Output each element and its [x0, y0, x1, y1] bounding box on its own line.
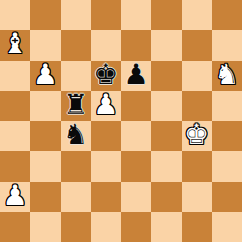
square-f8[interactable]: [151, 0, 181, 30]
square-h5[interactable]: [212, 91, 242, 121]
square-c5[interactable]: ♜: [61, 91, 91, 121]
square-a6[interactable]: [0, 61, 30, 91]
square-d5[interactable]: ♟: [91, 91, 121, 121]
square-f2[interactable]: [151, 182, 181, 212]
square-f1[interactable]: [151, 212, 181, 242]
square-f7[interactable]: [151, 30, 181, 60]
square-f5[interactable]: [151, 91, 181, 121]
square-b2[interactable]: [30, 182, 60, 212]
square-a7[interactable]: ♝: [0, 30, 30, 60]
square-h6[interactable]: ♞: [212, 61, 242, 91]
square-b5[interactable]: [30, 91, 60, 121]
square-g1[interactable]: [182, 212, 212, 242]
square-a5[interactable]: [0, 91, 30, 121]
square-a1[interactable]: [0, 212, 30, 242]
square-d1[interactable]: [91, 212, 121, 242]
square-a4[interactable]: [0, 121, 30, 151]
square-a3[interactable]: [0, 151, 30, 181]
black-rook[interactable]: ♜: [63, 91, 88, 119]
square-g7[interactable]: [182, 30, 212, 60]
square-h1[interactable]: [212, 212, 242, 242]
square-b4[interactable]: [30, 121, 60, 151]
square-a8[interactable]: [0, 0, 30, 30]
square-g2[interactable]: [182, 182, 212, 212]
square-d2[interactable]: [91, 182, 121, 212]
square-c6[interactable]: [61, 61, 91, 91]
square-d6[interactable]: ♚: [91, 61, 121, 91]
chess-board: ♝♟♚♟♞♜♟♞♚♟: [0, 0, 242, 242]
square-b8[interactable]: [30, 0, 60, 30]
square-e4[interactable]: [121, 121, 151, 151]
square-e6[interactable]: ♟: [121, 61, 151, 91]
black-knight[interactable]: ♞: [63, 121, 88, 149]
square-c3[interactable]: [61, 151, 91, 181]
square-h3[interactable]: [212, 151, 242, 181]
black-pawn[interactable]: ♟: [124, 61, 149, 89]
square-c1[interactable]: [61, 212, 91, 242]
square-c8[interactable]: [61, 0, 91, 30]
square-e2[interactable]: [121, 182, 151, 212]
white-pawn[interactable]: ♟: [3, 182, 28, 210]
square-d3[interactable]: [91, 151, 121, 181]
square-b6[interactable]: ♟: [30, 61, 60, 91]
square-h8[interactable]: [212, 0, 242, 30]
square-c2[interactable]: [61, 182, 91, 212]
square-e7[interactable]: [121, 30, 151, 60]
square-h7[interactable]: [212, 30, 242, 60]
square-f4[interactable]: [151, 121, 181, 151]
square-f3[interactable]: [151, 151, 181, 181]
square-e1[interactable]: [121, 212, 151, 242]
square-e3[interactable]: [121, 151, 151, 181]
square-g6[interactable]: [182, 61, 212, 91]
square-d7[interactable]: [91, 30, 121, 60]
square-d8[interactable]: [91, 0, 121, 30]
square-h2[interactable]: [212, 182, 242, 212]
white-bishop[interactable]: ♝: [3, 30, 28, 58]
white-knight[interactable]: ♞: [214, 61, 239, 89]
square-b3[interactable]: [30, 151, 60, 181]
square-h4[interactable]: [212, 121, 242, 151]
square-g3[interactable]: [182, 151, 212, 181]
square-c4[interactable]: ♞: [61, 121, 91, 151]
square-d4[interactable]: [91, 121, 121, 151]
black-king[interactable]: ♚: [93, 61, 118, 89]
square-e5[interactable]: [121, 91, 151, 121]
white-pawn[interactable]: ♟: [33, 61, 58, 89]
square-e8[interactable]: [121, 0, 151, 30]
square-g5[interactable]: [182, 91, 212, 121]
square-b1[interactable]: [30, 212, 60, 242]
square-f6[interactable]: [151, 61, 181, 91]
square-a2[interactable]: ♟: [0, 182, 30, 212]
square-c7[interactable]: [61, 30, 91, 60]
white-pawn[interactable]: ♟: [93, 91, 118, 119]
white-king[interactable]: ♚: [184, 121, 209, 149]
square-b7[interactable]: [30, 30, 60, 60]
square-g8[interactable]: [182, 0, 212, 30]
square-g4[interactable]: ♚: [182, 121, 212, 151]
